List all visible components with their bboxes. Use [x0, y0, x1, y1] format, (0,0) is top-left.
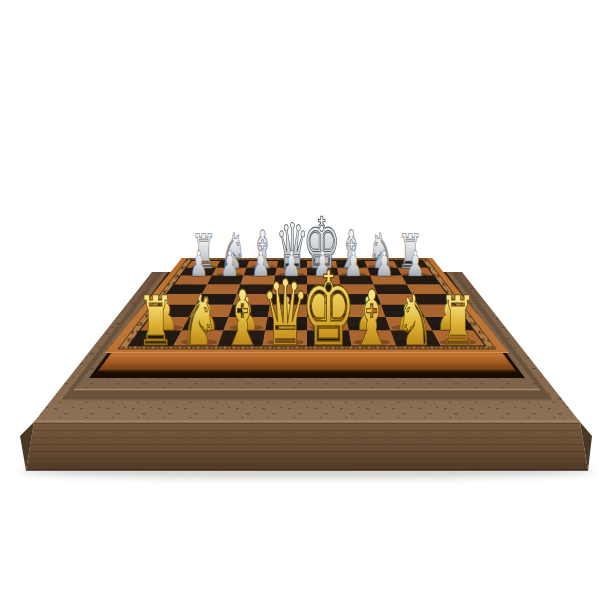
piece-white-knight-b1: ♞	[180, 279, 218, 361]
walnut-front-grain-texture	[26, 422, 588, 471]
piece-white-rook-h1: ♜	[440, 280, 477, 360]
piece-white-rook-a1: ♜	[137, 280, 174, 360]
piece-glyph: ♜	[440, 280, 477, 360]
chess-scene-canvas: ♜♞♝♛♚♝♞♜♟♟♟♟♟♟♟♟♟♟♟♟♟♟♟♟♜♞♝♛♚♝♞♜	[0, 0, 600, 600]
chess-set-photo: ♜♞♝♛♚♝♞♜♟♟♟♟♟♟♟♟♟♟♟♟♟♟♟♟♜♞♝♛♚♝♞♜	[0, 0, 600, 600]
piece-white-knight-g1: ♞	[396, 279, 434, 361]
piece-glyph: ♜	[137, 280, 174, 360]
piece-white-bishop-c1: ♝	[222, 273, 263, 363]
piece-glyph: ♞	[180, 279, 218, 361]
chess-pieces: ♜♞♝♛♚♝♞♜♟♟♟♟♟♟♟♟♟♟♟♟♟♟♟♟♜♞♝♛♚♝♞♜	[137, 203, 476, 369]
piece-white-king-e1: ♚	[301, 249, 357, 369]
piece-glyph: ♝	[222, 273, 263, 363]
piece-glyph: ♝	[351, 273, 392, 363]
piece-white-bishop-f1: ♝	[351, 273, 392, 363]
piece-glyph: ♚	[301, 249, 357, 369]
piece-glyph: ♞	[396, 279, 434, 361]
